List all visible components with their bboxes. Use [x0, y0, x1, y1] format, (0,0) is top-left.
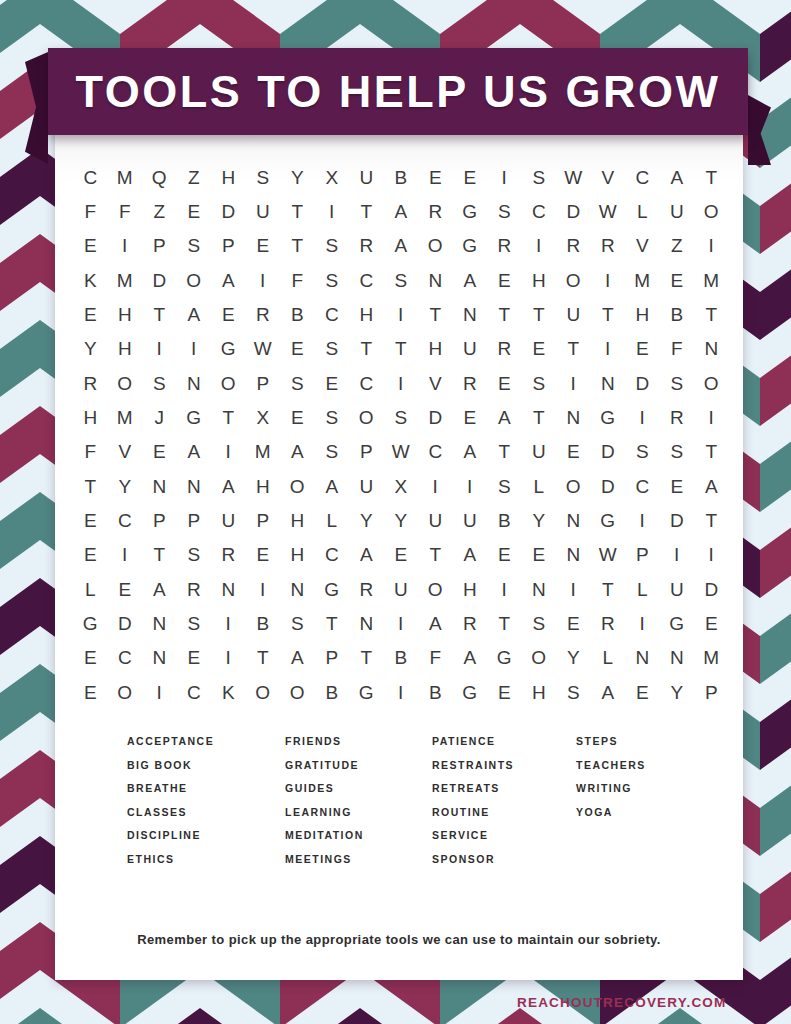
grid-cell-r4c17: M	[625, 263, 660, 297]
grid-cell-r11c4: P	[177, 503, 212, 537]
grid-cell-r11c16: G	[591, 503, 626, 537]
grid-cell-r3c14: I	[522, 229, 557, 263]
grid-cell-r15c11: F	[418, 641, 453, 675]
grid-cell-r10c2: Y	[108, 469, 143, 503]
grid-cell-r8c1: H	[73, 400, 108, 434]
grid-cell-r10c18: E	[660, 469, 695, 503]
grid-cell-r11c8: L	[315, 503, 350, 537]
grid-cell-r3c3: P	[142, 229, 177, 263]
word-list-item: PATIENCE	[432, 735, 514, 759]
grid-cell-r10c1: T	[73, 469, 108, 503]
grid-cell-r2c14: C	[522, 194, 557, 228]
grid-cell-r1c6: S	[246, 160, 281, 194]
grid-cell-r1c12: E	[453, 160, 488, 194]
word-list-item: CLASSES	[127, 806, 214, 830]
grid-cell-r11c18: D	[660, 503, 695, 537]
grid-cell-r12c2: I	[108, 538, 143, 572]
grid-cell-r7c14: S	[522, 366, 557, 400]
grid-cell-r5c18: B	[660, 297, 695, 331]
grid-cell-r5c3: T	[142, 297, 177, 331]
grid-cell-r1c8: X	[315, 160, 350, 194]
grid-cell-r15c17: N	[625, 641, 660, 675]
grid-cell-r12c10: E	[384, 538, 419, 572]
grid-cell-r2c2: F	[108, 194, 143, 228]
grid-cell-r9c6: M	[246, 435, 281, 469]
grid-cell-r8c15: N	[556, 400, 591, 434]
grid-cell-r12c1: E	[73, 538, 108, 572]
grid-cell-r3c17: V	[625, 229, 660, 263]
word-list-item: ACCEPTANCE	[127, 735, 214, 759]
grid-cell-r1c1: C	[73, 160, 108, 194]
grid-cell-r14c12: R	[453, 606, 488, 640]
grid-cell-r5c8: C	[315, 297, 350, 331]
grid-cell-r14c17: I	[625, 606, 660, 640]
grid-cell-r4c16: I	[591, 263, 626, 297]
grid-cell-r9c5: I	[211, 435, 246, 469]
grid-cell-r7c10: I	[384, 366, 419, 400]
word-search-grid: CMQZHSYXUBEEISWVCATFFZEDUTITARGSCDWLUOEI…	[73, 160, 729, 709]
grid-cell-r2c5: D	[211, 194, 246, 228]
grid-cell-r5c19: T	[694, 297, 729, 331]
grid-cell-r8c16: G	[591, 400, 626, 434]
grid-cell-r4c10: S	[384, 263, 419, 297]
grid-cell-r12c19: I	[694, 538, 729, 572]
grid-cell-r15c10: B	[384, 641, 419, 675]
grid-cell-r4c15: O	[556, 263, 591, 297]
grid-cell-r5c12: N	[453, 297, 488, 331]
grid-cell-r4c6: I	[246, 263, 281, 297]
grid-cell-r5c10: I	[384, 297, 419, 331]
grid-cell-r9c1: F	[73, 435, 108, 469]
grid-cell-r13c19: D	[694, 572, 729, 606]
grid-cell-r16c4: C	[177, 675, 212, 709]
grid-cell-r10c11: I	[418, 469, 453, 503]
grid-cell-r3c10: A	[384, 229, 419, 263]
grid-cell-r6c12: U	[453, 332, 488, 366]
grid-cell-r6c11: H	[418, 332, 453, 366]
word-list-item: WRITING	[576, 782, 646, 806]
grid-cell-r13c11: O	[418, 572, 453, 606]
grid-cell-r2c4: E	[177, 194, 212, 228]
grid-cell-r5c13: T	[487, 297, 522, 331]
grid-cell-r4c18: E	[660, 263, 695, 297]
grid-cell-r16c14: H	[522, 675, 557, 709]
grid-cell-r9c16: D	[591, 435, 626, 469]
grid-cell-r15c19: M	[694, 641, 729, 675]
grid-cell-r4c5: A	[211, 263, 246, 297]
grid-cell-r7c4: N	[177, 366, 212, 400]
grid-cell-r11c9: Y	[349, 503, 384, 537]
grid-cell-r4c8: S	[315, 263, 350, 297]
grid-cell-r5c6: R	[246, 297, 281, 331]
grid-cell-r8c3: J	[142, 400, 177, 434]
chevron-stripe	[760, 0, 791, 82]
word-list-item: YOGA	[576, 806, 646, 830]
grid-cell-r1c4: Z	[177, 160, 212, 194]
grid-cell-r7c18: S	[660, 366, 695, 400]
grid-cell-r6c7: E	[280, 332, 315, 366]
grid-cell-r16c17: E	[625, 675, 660, 709]
grid-cell-r10c5: A	[211, 469, 246, 503]
grid-cell-r1c13: I	[487, 160, 522, 194]
grid-cell-r11c10: Y	[384, 503, 419, 537]
grid-cell-r14c8: T	[315, 606, 350, 640]
grid-cell-r1c5: H	[211, 160, 246, 194]
grid-cell-r15c4: E	[177, 641, 212, 675]
grid-cell-r10c4: N	[177, 469, 212, 503]
grid-cell-r11c11: U	[418, 503, 453, 537]
grid-cell-r11c3: P	[142, 503, 177, 537]
grid-cell-r7c1: R	[73, 366, 108, 400]
word-list-item: TEACHERS	[576, 759, 646, 783]
grid-cell-r2c6: U	[246, 194, 281, 228]
grid-cell-r12c16: W	[591, 538, 626, 572]
grid-cell-r10c10: X	[384, 469, 419, 503]
title-banner: TOOLS TO HELP US GROW	[48, 48, 748, 135]
grid-cell-r9c11: C	[418, 435, 453, 469]
grid-cell-r10c6: H	[246, 469, 281, 503]
grid-cell-r9c17: S	[625, 435, 660, 469]
word-list-item: MEETINGS	[285, 853, 364, 877]
grid-cell-r12c18: I	[660, 538, 695, 572]
word-list-item: GRATITUDE	[285, 759, 364, 783]
grid-cell-r14c5: I	[211, 606, 246, 640]
grid-cell-r6c3: I	[142, 332, 177, 366]
grid-cell-r14c19: E	[694, 606, 729, 640]
word-list-item: SERVICE	[432, 829, 514, 853]
grid-cell-r6c6: W	[246, 332, 281, 366]
grid-cell-r7c5: O	[211, 366, 246, 400]
grid-cell-r4c3: D	[142, 263, 177, 297]
grid-cell-r3c16: R	[591, 229, 626, 263]
grid-cell-r1c9: U	[349, 160, 384, 194]
grid-cell-r13c2: E	[108, 572, 143, 606]
grid-cell-r8c10: S	[384, 400, 419, 434]
grid-cell-r8c14: T	[522, 400, 557, 434]
grid-cell-r8c8: S	[315, 400, 350, 434]
grid-cell-r2c15: D	[556, 194, 591, 228]
grid-cell-r14c3: N	[142, 606, 177, 640]
grid-cell-r3c9: R	[349, 229, 384, 263]
grid-cell-r3c7: T	[280, 229, 315, 263]
grid-cell-r16c12: G	[453, 675, 488, 709]
grid-cell-r9c3: E	[142, 435, 177, 469]
grid-cell-r6c16: I	[591, 332, 626, 366]
grid-cell-r9c12: A	[453, 435, 488, 469]
grid-cell-r13c13: I	[487, 572, 522, 606]
word-list-column-1: ACCEPTANCEBIG BOOKBREATHECLASSESDISCIPLI…	[127, 735, 214, 876]
grid-cell-r1c2: M	[108, 160, 143, 194]
grid-cell-r10c7: O	[280, 469, 315, 503]
grid-cell-r15c1: E	[73, 641, 108, 675]
grid-cell-r1c3: Q	[142, 160, 177, 194]
grid-cell-r11c1: E	[73, 503, 108, 537]
grid-cell-r16c16: A	[591, 675, 626, 709]
grid-cell-r12c15: N	[556, 538, 591, 572]
grid-cell-r16c7: O	[280, 675, 315, 709]
grid-cell-r6c10: T	[384, 332, 419, 366]
grid-cell-r16c13: E	[487, 675, 522, 709]
grid-cell-r13c10: U	[384, 572, 419, 606]
grid-cell-r13c18: U	[660, 572, 695, 606]
grid-cell-r5c2: H	[108, 297, 143, 331]
grid-cell-r6c9: T	[349, 332, 384, 366]
grid-cell-r1c19: T	[694, 160, 729, 194]
grid-cell-r12c3: T	[142, 538, 177, 572]
grid-cell-r3c15: R	[556, 229, 591, 263]
grid-cell-r1c17: C	[625, 160, 660, 194]
grid-cell-r10c14: L	[522, 469, 557, 503]
grid-cell-r9c2: V	[108, 435, 143, 469]
grid-cell-r6c8: S	[315, 332, 350, 366]
word-list-column-3: PATIENCERESTRAINTSRETREATSROUTINESERVICE…	[432, 735, 514, 876]
grid-cell-r2c8: I	[315, 194, 350, 228]
grid-cell-r8c12: E	[453, 400, 488, 434]
grid-cell-r12c5: R	[211, 538, 246, 572]
grid-cell-r13c17: L	[625, 572, 660, 606]
grid-cell-r5c11: T	[418, 297, 453, 331]
grid-cell-r16c6: O	[246, 675, 281, 709]
grid-cell-r6c15: T	[556, 332, 591, 366]
grid-cell-r9c13: T	[487, 435, 522, 469]
grid-cell-r7c19: O	[694, 366, 729, 400]
grid-cell-r12c6: E	[246, 538, 281, 572]
grid-cell-r1c16: V	[591, 160, 626, 194]
grid-cell-r15c5: I	[211, 641, 246, 675]
word-list-item: BIG BOOK	[127, 759, 214, 783]
grid-cell-r15c9: T	[349, 641, 384, 675]
grid-cell-r14c11: A	[418, 606, 453, 640]
puzzle-page: CMQZHSYXUBEEISWVCATFFZEDUTITARGSCDWLUOEI…	[55, 70, 743, 980]
grid-cell-r12c13: E	[487, 538, 522, 572]
grid-cell-r13c7: N	[280, 572, 315, 606]
word-list-item: ROUTINE	[432, 806, 514, 830]
grid-cell-r15c12: A	[453, 641, 488, 675]
grid-cell-r4c12: A	[453, 263, 488, 297]
grid-cell-r3c6: E	[246, 229, 281, 263]
grid-cell-r8c11: D	[418, 400, 453, 434]
grid-cell-r14c6: B	[246, 606, 281, 640]
grid-cell-r16c5: K	[211, 675, 246, 709]
grid-cell-r4c11: N	[418, 263, 453, 297]
grid-cell-r9c4: A	[177, 435, 212, 469]
grid-cell-r9c9: P	[349, 435, 384, 469]
grid-cell-r2c12: G	[453, 194, 488, 228]
grid-cell-r6c19: N	[694, 332, 729, 366]
grid-cell-r7c11: V	[418, 366, 453, 400]
grid-cell-r2c11: R	[418, 194, 453, 228]
grid-cell-r15c13: G	[487, 641, 522, 675]
grid-cell-r2c10: A	[384, 194, 419, 228]
grid-cell-r1c18: A	[660, 160, 695, 194]
word-list-item: DISCIPLINE	[127, 829, 214, 853]
grid-cell-r8c19: I	[694, 400, 729, 434]
grid-cell-r3c1: E	[73, 229, 108, 263]
grid-cell-r8c18: R	[660, 400, 695, 434]
grid-cell-r8c2: M	[108, 400, 143, 434]
grid-cell-r11c6: P	[246, 503, 281, 537]
grid-cell-r6c18: F	[660, 332, 695, 366]
grid-cell-r1c15: W	[556, 160, 591, 194]
grid-cell-r12c17: P	[625, 538, 660, 572]
grid-cell-r14c4: S	[177, 606, 212, 640]
grid-cell-r4c4: O	[177, 263, 212, 297]
grid-cell-r6c5: G	[211, 332, 246, 366]
grid-cell-r7c13: E	[487, 366, 522, 400]
grid-cell-r14c14: S	[522, 606, 557, 640]
grid-cell-r12c9: A	[349, 538, 384, 572]
grid-cell-r6c13: R	[487, 332, 522, 366]
grid-cell-r7c7: S	[280, 366, 315, 400]
grid-cell-r7c16: N	[591, 366, 626, 400]
grid-cell-r3c18: Z	[660, 229, 695, 263]
word-list-item: RETREATS	[432, 782, 514, 806]
grid-cell-r14c15: E	[556, 606, 591, 640]
grid-cell-r13c15: I	[556, 572, 591, 606]
grid-cell-r15c6: T	[246, 641, 281, 675]
grid-cell-r11c5: U	[211, 503, 246, 537]
grid-cell-r16c18: Y	[660, 675, 695, 709]
grid-cell-r3c8: S	[315, 229, 350, 263]
grid-cell-r3c12: G	[453, 229, 488, 263]
grid-cell-r14c9: N	[349, 606, 384, 640]
grid-cell-r14c7: S	[280, 606, 315, 640]
grid-cell-r10c3: N	[142, 469, 177, 503]
grid-cell-r8c7: E	[280, 400, 315, 434]
grid-cell-r8c13: A	[487, 400, 522, 434]
grid-cell-r10c17: C	[625, 469, 660, 503]
grid-cell-r5c17: H	[625, 297, 660, 331]
grid-cell-r12c7: H	[280, 538, 315, 572]
grid-cell-r12c11: T	[418, 538, 453, 572]
grid-cell-r1c7: Y	[280, 160, 315, 194]
grid-cell-r13c12: H	[453, 572, 488, 606]
grid-cell-r15c3: N	[142, 641, 177, 675]
grid-cell-r15c7: A	[280, 641, 315, 675]
grid-cell-r8c6: X	[246, 400, 281, 434]
word-list-item: FRIENDS	[285, 735, 364, 759]
grid-cell-r9c19: T	[694, 435, 729, 469]
grid-cell-r1c14: S	[522, 160, 557, 194]
grid-cell-r3c5: P	[211, 229, 246, 263]
grid-cell-r8c17: I	[625, 400, 660, 434]
grid-cell-r16c8: B	[315, 675, 350, 709]
word-list-column-4: STEPSTEACHERSWRITINGYOGA	[576, 735, 646, 829]
grid-cell-r7c15: I	[556, 366, 591, 400]
grid-cell-r12c4: S	[177, 538, 212, 572]
grid-cell-r8c4: G	[177, 400, 212, 434]
grid-cell-r16c3: I	[142, 675, 177, 709]
grid-cell-r10c19: A	[694, 469, 729, 503]
page-title: TOOLS TO HELP US GROW	[75, 66, 720, 118]
grid-cell-r4c13: E	[487, 263, 522, 297]
grid-cell-r4c19: M	[694, 263, 729, 297]
grid-cell-r3c11: O	[418, 229, 453, 263]
word-list-column-2: FRIENDSGRATITUDEGUIDESLEARNINGMEDITATION…	[285, 735, 364, 876]
grid-cell-r9c18: S	[660, 435, 695, 469]
grid-cell-r7c6: P	[246, 366, 281, 400]
grid-cell-r16c11: B	[418, 675, 453, 709]
word-list-item: SPONSOR	[432, 853, 514, 877]
grid-cell-r5c9: H	[349, 297, 384, 331]
grid-cell-r15c15: Y	[556, 641, 591, 675]
grid-cell-r15c16: L	[591, 641, 626, 675]
grid-cell-r16c1: E	[73, 675, 108, 709]
grid-cell-r7c17: D	[625, 366, 660, 400]
grid-cell-r11c19: T	[694, 503, 729, 537]
grid-cell-r14c1: G	[73, 606, 108, 640]
grid-cell-r3c2: I	[108, 229, 143, 263]
grid-cell-r2c3: Z	[142, 194, 177, 228]
word-list-item: RESTRAINTS	[432, 759, 514, 783]
grid-cell-r14c10: I	[384, 606, 419, 640]
grid-cell-r4c1: K	[73, 263, 108, 297]
grid-cell-r12c14: E	[522, 538, 557, 572]
word-list-item: BREATHE	[127, 782, 214, 806]
grid-cell-r6c4: I	[177, 332, 212, 366]
grid-cell-r3c4: S	[177, 229, 212, 263]
grid-cell-r16c2: O	[108, 675, 143, 709]
grid-cell-r2c16: W	[591, 194, 626, 228]
grid-cell-r12c12: A	[453, 538, 488, 572]
grid-cell-r13c3: A	[142, 572, 177, 606]
grid-cell-r9c14: U	[522, 435, 557, 469]
grid-cell-r4c9: C	[349, 263, 384, 297]
grid-cell-r15c2: C	[108, 641, 143, 675]
grid-cell-r4c14: H	[522, 263, 557, 297]
grid-cell-r16c19: P	[694, 675, 729, 709]
grid-cell-r3c19: I	[694, 229, 729, 263]
grid-cell-r7c3: S	[142, 366, 177, 400]
reminder-note: Remember to pick up the appropriate tool…	[55, 932, 743, 947]
grid-cell-r2c1: F	[73, 194, 108, 228]
grid-cell-r5c7: B	[280, 297, 315, 331]
grid-cell-r4c2: M	[108, 263, 143, 297]
grid-cell-r2c17: L	[625, 194, 660, 228]
grid-cell-r14c2: D	[108, 606, 143, 640]
grid-cell-r5c1: E	[73, 297, 108, 331]
grid-cell-r10c13: S	[487, 469, 522, 503]
word-list-item: ETHICS	[127, 853, 214, 877]
grid-cell-r14c18: G	[660, 606, 695, 640]
grid-cell-r10c12: I	[453, 469, 488, 503]
grid-cell-r5c16: T	[591, 297, 626, 331]
grid-cell-r11c15: N	[556, 503, 591, 537]
grid-cell-r2c19: O	[694, 194, 729, 228]
grid-cell-r2c7: T	[280, 194, 315, 228]
grid-cell-r2c18: U	[660, 194, 695, 228]
grid-cell-r11c12: U	[453, 503, 488, 537]
grid-cell-r9c10: W	[384, 435, 419, 469]
grid-cell-r9c7: A	[280, 435, 315, 469]
grid-cell-r11c14: Y	[522, 503, 557, 537]
grid-cell-r13c4: R	[177, 572, 212, 606]
grid-cell-r13c8: G	[315, 572, 350, 606]
grid-cell-r13c5: N	[211, 572, 246, 606]
grid-cell-r6c1: Y	[73, 332, 108, 366]
grid-cell-r3c13: R	[487, 229, 522, 263]
grid-cell-r8c9: O	[349, 400, 384, 434]
grid-cell-r10c15: O	[556, 469, 591, 503]
website-url: REACHOUTRECOVERY.COM	[517, 995, 727, 1010]
grid-cell-r13c9: R	[349, 572, 384, 606]
grid-cell-r14c13: T	[487, 606, 522, 640]
grid-cell-r5c4: A	[177, 297, 212, 331]
grid-cell-r2c9: T	[349, 194, 384, 228]
grid-cell-r13c16: T	[591, 572, 626, 606]
grid-cell-r12c8: C	[315, 538, 350, 572]
grid-cell-r1c10: B	[384, 160, 419, 194]
